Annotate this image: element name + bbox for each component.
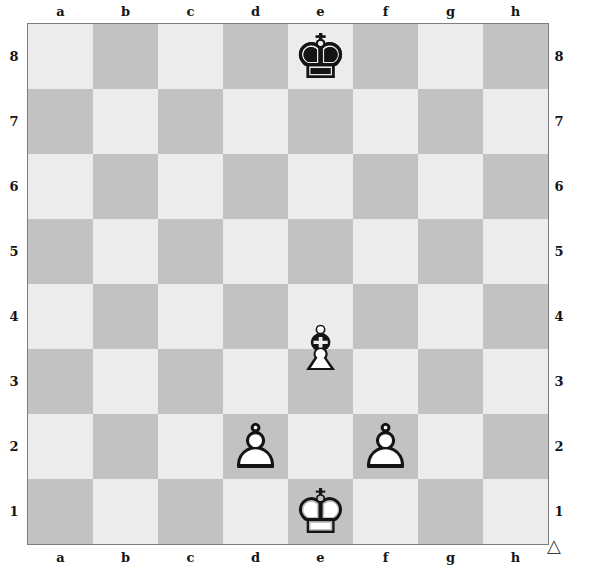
black-king-glyph: ♚ [288,24,353,89]
rank-label-4: 4 [6,284,22,349]
piece-black-king-e8[interactable]: ♚ ♚ [288,24,353,89]
file-label-g: g [418,3,483,21]
white-pawn-glyph: ♙ [223,414,288,479]
file-label-a: a [28,549,93,567]
rank-label-4: 4 [551,284,567,349]
file-label-b: b [93,3,158,21]
pieces-layer: ♚ ♚ ♝ ♗ ♟ ♙ ♟ ♙ ♚ ♔ [28,24,548,544]
file-label-e: e [288,3,353,21]
rank-label-3: 3 [6,349,22,414]
piece-white-pawn-d2[interactable]: ♟ ♙ [223,414,288,479]
file-label-b: b [93,549,158,567]
file-label-f: f [353,3,418,21]
rank-label-2: 2 [6,414,22,479]
rank-label-8: 8 [6,24,22,89]
rank-label-7: 7 [6,89,22,154]
rank-label-8: 8 [551,24,567,89]
rank-labels-left: 8 7 6 5 4 3 2 1 [6,24,22,544]
rank-label-7: 7 [551,89,567,154]
file-label-c: c [158,549,223,567]
rank-label-1: 1 [6,479,22,544]
file-label-d: d [223,549,288,567]
rank-labels-right: 8 7 6 5 4 3 2 1 [551,24,567,544]
chess-board: ♚ ♚ ♝ ♗ ♟ ♙ ♟ ♙ ♚ ♔ [27,23,549,545]
chess-diagram: a b c d e f g h 8 7 6 5 4 3 2 1 8 7 6 5 … [0,0,596,571]
file-label-g: g [418,549,483,567]
file-label-h: h [483,549,548,567]
rank-label-6: 6 [6,154,22,219]
white-pawn-glyph: ♙ [353,414,418,479]
file-label-h: h [483,3,548,21]
piece-white-bishop-e3[interactable]: ♝ ♗ [288,316,353,381]
rank-label-2: 2 [551,414,567,479]
piece-white-king-e1[interactable]: ♚ ♔ [288,479,353,544]
file-label-f: f [353,549,418,567]
file-label-a: a [28,3,93,21]
white-to-move-triangle-icon: △ [543,535,565,557]
rank-label-6: 6 [551,154,567,219]
white-king-glyph: ♔ [288,479,353,544]
file-labels-top: a b c d e f g h [28,3,548,21]
white-bishop-glyph: ♗ [288,316,353,381]
rank-label-3: 3 [551,349,567,414]
file-labels-bottom: a b c d e f g h [28,549,548,567]
piece-white-pawn-f2[interactable]: ♟ ♙ [353,414,418,479]
rank-label-5: 5 [6,219,22,284]
file-label-c: c [158,3,223,21]
file-label-e: e [288,549,353,567]
file-label-d: d [223,3,288,21]
rank-label-5: 5 [551,219,567,284]
